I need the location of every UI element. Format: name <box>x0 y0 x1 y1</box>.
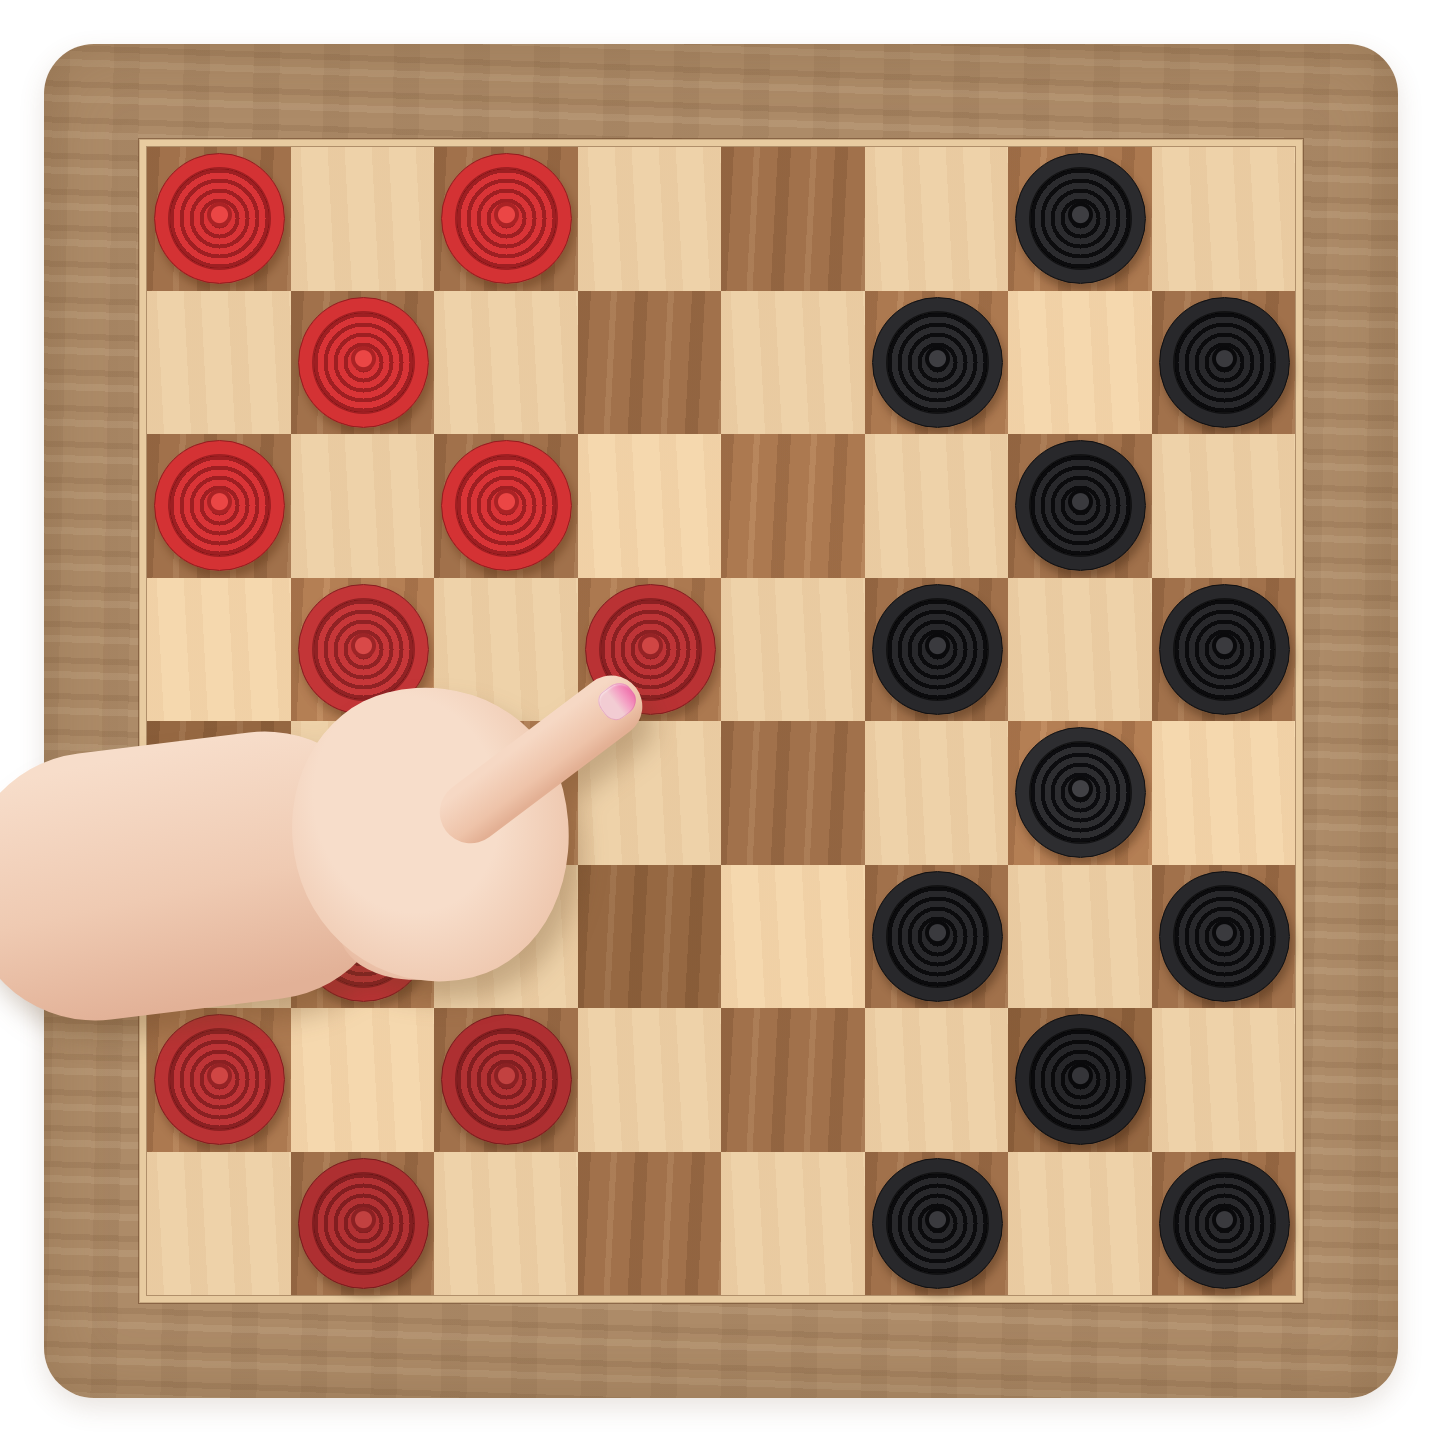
square-a1[interactable] <box>147 1152 291 1296</box>
square-a3[interactable] <box>147 865 291 1009</box>
checker-black[interactable] <box>872 584 1003 715</box>
square-f7[interactable] <box>865 291 1009 435</box>
square-h8[interactable] <box>1152 147 1296 291</box>
square-a4[interactable] <box>147 721 291 865</box>
square-c5[interactable] <box>434 578 578 722</box>
square-f3[interactable] <box>865 865 1009 1009</box>
square-b4[interactable] <box>291 721 435 865</box>
square-g4[interactable] <box>1008 721 1152 865</box>
checker-black[interactable] <box>872 871 1003 1002</box>
square-g1[interactable] <box>1008 1152 1152 1296</box>
checker-red[interactable] <box>154 153 285 284</box>
square-c3[interactable] <box>434 865 578 1009</box>
square-d2[interactable] <box>578 1008 722 1152</box>
square-a5[interactable] <box>147 578 291 722</box>
square-b3[interactable] <box>291 865 435 1009</box>
checker-red[interactable] <box>298 297 429 428</box>
checker-black[interactable] <box>1015 1014 1146 1145</box>
square-c6[interactable] <box>434 434 578 578</box>
square-b1[interactable] <box>291 1152 435 1296</box>
square-g3[interactable] <box>1008 865 1152 1009</box>
checker-black[interactable] <box>1015 727 1146 858</box>
checker-black[interactable] <box>1015 153 1146 284</box>
square-g2[interactable] <box>1008 1008 1152 1152</box>
square-f1[interactable] <box>865 1152 1009 1296</box>
square-h1[interactable] <box>1152 1152 1296 1296</box>
square-d4[interactable] <box>578 721 722 865</box>
square-g5[interactable] <box>1008 578 1152 722</box>
square-c1[interactable] <box>434 1152 578 1296</box>
square-d1[interactable] <box>578 1152 722 1296</box>
square-f5[interactable] <box>865 578 1009 722</box>
square-b7[interactable] <box>291 291 435 435</box>
checker-black[interactable] <box>1159 871 1290 1002</box>
square-d3[interactable] <box>578 865 722 1009</box>
square-b6[interactable] <box>291 434 435 578</box>
square-e4[interactable] <box>721 721 865 865</box>
square-d6[interactable] <box>578 434 722 578</box>
square-b5[interactable] <box>291 578 435 722</box>
square-e7[interactable] <box>721 291 865 435</box>
square-e1[interactable] <box>721 1152 865 1296</box>
square-e8[interactable] <box>721 147 865 291</box>
checker-red[interactable] <box>154 440 285 571</box>
checker-black[interactable] <box>872 1158 1003 1289</box>
square-d8[interactable] <box>578 147 722 291</box>
square-c8[interactable] <box>434 147 578 291</box>
square-d5[interactable] <box>578 578 722 722</box>
checker-red-pointed[interactable] <box>585 584 716 715</box>
checker-red[interactable] <box>154 1014 285 1145</box>
square-f4[interactable] <box>865 721 1009 865</box>
square-h4[interactable] <box>1152 721 1296 865</box>
square-h7[interactable] <box>1152 291 1296 435</box>
square-e3[interactable] <box>721 865 865 1009</box>
checker-black[interactable] <box>872 297 1003 428</box>
checkers-board <box>147 147 1295 1295</box>
square-e5[interactable] <box>721 578 865 722</box>
square-c2[interactable] <box>434 1008 578 1152</box>
checker-red[interactable] <box>298 871 429 1002</box>
checker-red[interactable] <box>441 1014 572 1145</box>
square-a8[interactable] <box>147 147 291 291</box>
square-g8[interactable] <box>1008 147 1152 291</box>
board-frame <box>44 44 1398 1398</box>
square-a7[interactable] <box>147 291 291 435</box>
square-g7[interactable] <box>1008 291 1152 435</box>
square-g6[interactable] <box>1008 434 1152 578</box>
checker-red[interactable] <box>298 1158 429 1289</box>
square-f8[interactable] <box>865 147 1009 291</box>
square-h5[interactable] <box>1152 578 1296 722</box>
square-f6[interactable] <box>865 434 1009 578</box>
checker-black[interactable] <box>1159 584 1290 715</box>
square-a2[interactable] <box>147 1008 291 1152</box>
square-d7[interactable] <box>578 291 722 435</box>
checker-red[interactable] <box>441 440 572 571</box>
square-e6[interactable] <box>721 434 865 578</box>
square-c7[interactable] <box>434 291 578 435</box>
square-a6[interactable] <box>147 434 291 578</box>
square-h2[interactable] <box>1152 1008 1296 1152</box>
checker-red[interactable] <box>298 584 429 715</box>
square-b8[interactable] <box>291 147 435 291</box>
square-f2[interactable] <box>865 1008 1009 1152</box>
checkers-photo-scene <box>0 0 1445 1445</box>
square-c4[interactable] <box>434 721 578 865</box>
checker-black[interactable] <box>1015 440 1146 571</box>
square-h6[interactable] <box>1152 434 1296 578</box>
square-b2[interactable] <box>291 1008 435 1152</box>
checker-black[interactable] <box>1159 1158 1290 1289</box>
checker-black[interactable] <box>1159 297 1290 428</box>
checker-red[interactable] <box>441 153 572 284</box>
square-e2[interactable] <box>721 1008 865 1152</box>
square-h3[interactable] <box>1152 865 1296 1009</box>
